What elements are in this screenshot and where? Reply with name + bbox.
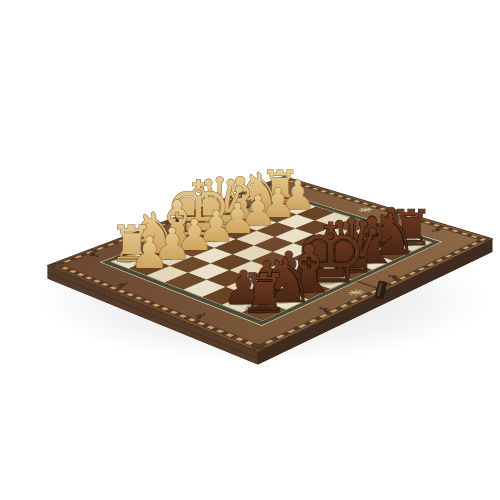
product-photo: ♜♟♞♟♝♟♛♟♚♟♟♝♜♟♟♞♞♟♟♜♝♟♟♛♟♚♟♝♟♞♟♜ bbox=[0, 0, 500, 500]
piece-white-pawn-h2: ♟ bbox=[130, 227, 169, 278]
piece-black-rook-h8: ♜ bbox=[240, 262, 288, 325]
chess-set-render: ♜♟♞♟♝♟♛♟♚♟♟♝♜♟♟♞♞♟♟♜♝♟♟♛♟♚♟♝♟♞♟♜ bbox=[0, 0, 500, 500]
